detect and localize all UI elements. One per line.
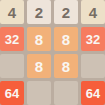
tile-8: 8 <box>27 27 51 51</box>
tile-8: 8 <box>54 54 78 78</box>
tile-4: 4 <box>81 0 105 24</box>
2048-board[interactable]: 4224328832886464 <box>0 0 105 105</box>
tile-8: 8 <box>54 27 78 51</box>
tile-2: 2 <box>27 0 51 24</box>
empty-cell <box>0 54 24 78</box>
tile-4: 4 <box>0 0 24 24</box>
empty-cell <box>54 81 78 105</box>
tile-64: 64 <box>0 81 24 105</box>
tile-2: 2 <box>54 0 78 24</box>
tile-32: 32 <box>81 27 105 51</box>
tile-8: 8 <box>27 54 51 78</box>
empty-cell <box>27 81 51 105</box>
tile-32: 32 <box>0 27 24 51</box>
tile-64: 64 <box>81 81 105 105</box>
empty-cell <box>81 54 105 78</box>
